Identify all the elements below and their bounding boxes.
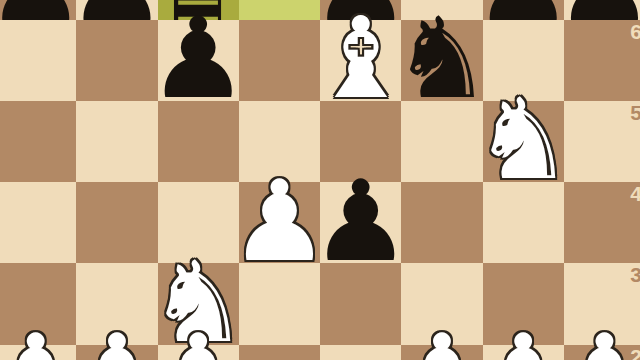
rank-label-3: 3 — [630, 263, 640, 287]
rank-label-4: 4 — [630, 182, 640, 206]
rank-label-6: 6 — [630, 20, 640, 44]
white-bishop-e6[interactable]: ♝ — [320, 18, 401, 99]
square-h4[interactable]: 4 — [564, 182, 640, 263]
square-a4[interactable] — [0, 182, 76, 263]
square-a7[interactable]: ♟ — [0, 0, 76, 20]
square-b7[interactable]: ♟ — [76, 0, 157, 20]
square-e3[interactable] — [320, 263, 401, 344]
square-e4[interactable]: ♟ — [320, 182, 401, 263]
square-g7[interactable]: ♟ — [483, 0, 564, 20]
square-b5[interactable] — [76, 101, 157, 182]
white-pawn-d4[interactable]: ♟ — [239, 180, 320, 261]
square-h2[interactable]: 2♟ — [564, 345, 640, 360]
black-pawn-c6[interactable]: ♟ — [158, 18, 239, 99]
chess-board: ♟♟♛♟♟♟♟♝♞6♞5♟♟4♞3♟♟♟♟♟2♟ — [0, 0, 640, 360]
white-pawn-b2[interactable]: ♟ — [76, 335, 157, 360]
square-g2[interactable]: ♟ — [483, 345, 564, 360]
square-d2[interactable] — [239, 345, 320, 360]
square-f2[interactable]: ♟ — [401, 345, 482, 360]
square-e2[interactable] — [320, 345, 401, 360]
square-b4[interactable] — [76, 182, 157, 263]
square-a5[interactable] — [0, 101, 76, 182]
square-h5[interactable]: 5 — [564, 101, 640, 182]
square-d4[interactable]: ♟ — [239, 182, 320, 263]
square-c5[interactable] — [158, 101, 239, 182]
square-g5[interactable]: ♞ — [483, 101, 564, 182]
white-knight-g5[interactable]: ♞ — [483, 99, 564, 180]
black-knight-f6[interactable]: ♞ — [401, 18, 482, 99]
white-pawn-a2[interactable]: ♟ — [0, 335, 76, 360]
black-pawn-e4[interactable]: ♟ — [320, 180, 401, 261]
square-c6[interactable]: ♟ — [158, 20, 239, 101]
board-viewport: ♟♟♛♟♟♟♟♝♞6♞5♟♟4♞3♟♟♟♟♟2♟ — [0, 0, 640, 360]
white-pawn-g2[interactable]: ♟ — [483, 335, 564, 360]
rank-label-5: 5 — [630, 101, 640, 125]
square-d6[interactable] — [239, 20, 320, 101]
white-pawn-c2[interactable]: ♟ — [158, 335, 239, 360]
square-d3[interactable] — [239, 263, 320, 344]
square-f6[interactable]: ♞ — [401, 20, 482, 101]
square-a2[interactable]: ♟ — [0, 345, 76, 360]
white-pawn-h2[interactable]: ♟ — [564, 335, 640, 360]
square-g4[interactable] — [483, 182, 564, 263]
square-a6[interactable] — [0, 20, 76, 101]
white-pawn-f2[interactable]: ♟ — [401, 335, 482, 360]
square-f4[interactable] — [401, 182, 482, 263]
square-d7[interactable] — [239, 0, 320, 20]
square-b6[interactable] — [76, 20, 157, 101]
square-c2[interactable]: ♟ — [158, 345, 239, 360]
square-b2[interactable]: ♟ — [76, 345, 157, 360]
square-f5[interactable] — [401, 101, 482, 182]
square-e6[interactable]: ♝ — [320, 20, 401, 101]
square-h6[interactable]: 6 — [564, 20, 640, 101]
square-h7[interactable]: ♟ — [564, 0, 640, 20]
